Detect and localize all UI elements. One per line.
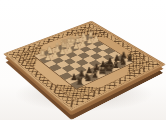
product-photo-scene: ♜♞♝♛♚♝♞♜♟♟♟♟♟♟♟♟♟♟♟♟♟♟♟♟♜♞♝♛♚♝♞♜ xyxy=(0,0,166,120)
piece-light-pawn[interactable]: ♟ xyxy=(40,54,56,62)
piece-dark-rook[interactable]: ♜ xyxy=(71,77,89,87)
